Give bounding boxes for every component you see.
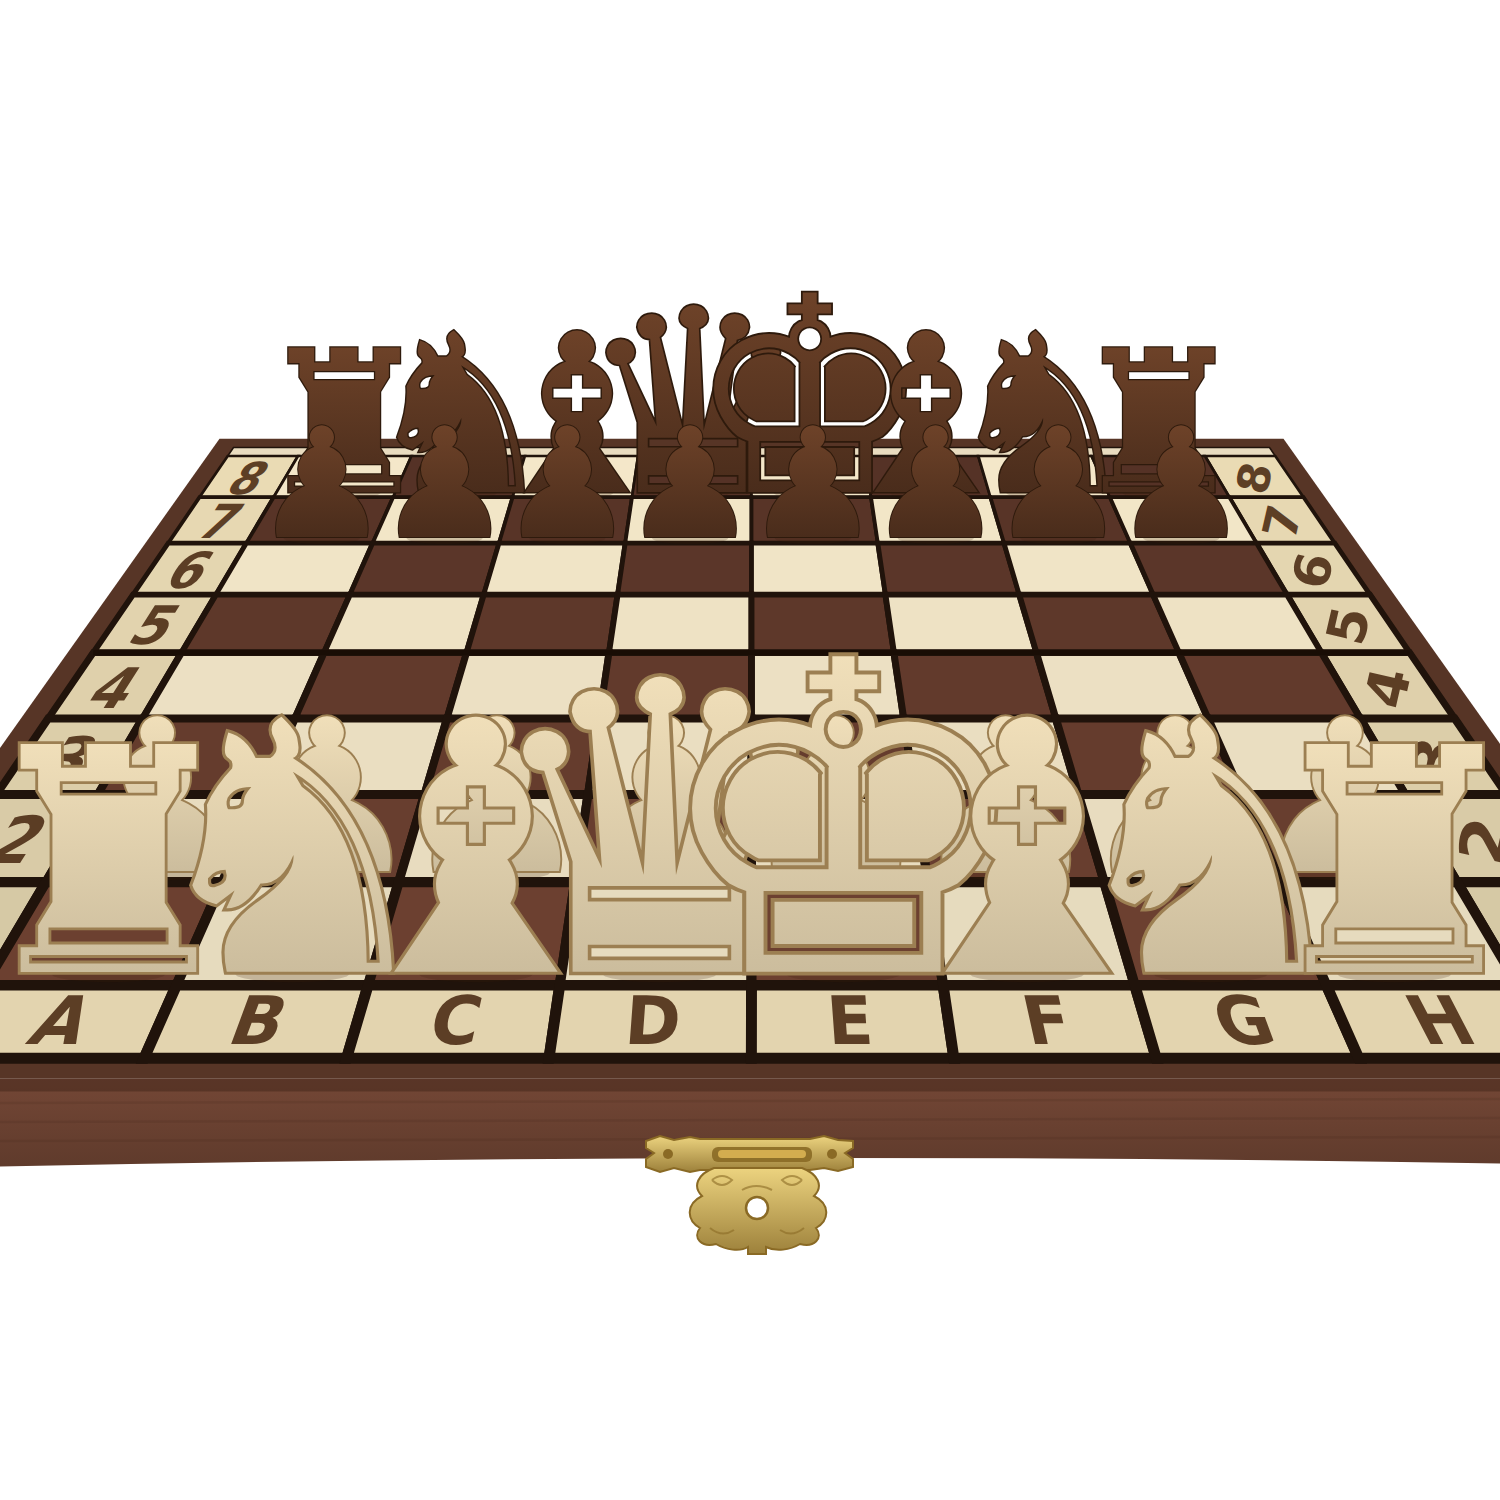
chess-board: ABCDEFGH8765432187654321♜♞♝♛♚♝♞♜♟♟♟♟♟♟♟♟… <box>0 0 1500 1500</box>
brass-latch <box>646 1136 853 1254</box>
latch-screw-left <box>663 1149 673 1159</box>
box-lid-seam <box>0 1078 1500 1091</box>
latch-screw-right <box>827 1149 837 1159</box>
latch-hole <box>746 1197 768 1219</box>
piece-black-pawn-d7: ♟ <box>622 395 759 573</box>
piece-black-pawn-a7: ♟ <box>253 395 390 573</box>
piece-black-pawn-f7: ♟ <box>867 395 1004 573</box>
square-b5 <box>324 595 484 653</box>
piece-black-pawn-b7: ♟ <box>376 395 513 573</box>
piece-black-pawn-h7: ♟ <box>1113 395 1250 573</box>
piece-white-rook-h1: ♜ <box>1255 682 1500 1046</box>
piece-black-pawn-g7: ♟ <box>990 395 1127 573</box>
piece-black-pawn-c7: ♟ <box>499 395 636 573</box>
piece-black-pawn-e7: ♟ <box>744 395 881 573</box>
latch-slot-bar <box>718 1150 806 1158</box>
chess-set-photo: ABCDEFGH8765432187654321♜♞♝♛♚♝♞♜♟♟♟♟♟♟♟♟… <box>0 0 1500 1500</box>
